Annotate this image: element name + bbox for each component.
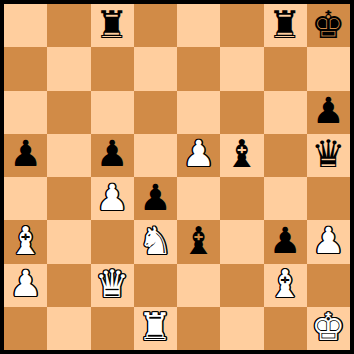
- square-a6[interactable]: [4, 91, 47, 134]
- piece-white-pawn[interactable]: ♟: [312, 223, 344, 259]
- square-h4[interactable]: [307, 177, 350, 220]
- square-h3[interactable]: ♟: [307, 220, 350, 263]
- square-b8[interactable]: [47, 4, 90, 47]
- piece-white-bishop[interactable]: ♝: [9, 222, 43, 260]
- piece-black-rook[interactable]: ♜: [268, 6, 302, 44]
- square-e8[interactable]: [177, 4, 220, 47]
- piece-white-king[interactable]: ♚: [311, 308, 345, 346]
- square-b3[interactable]: [47, 220, 90, 263]
- square-c5[interactable]: ♟: [91, 134, 134, 177]
- square-b2[interactable]: [47, 264, 90, 307]
- square-a4[interactable]: [4, 177, 47, 220]
- square-g5[interactable]: [264, 134, 307, 177]
- square-f6[interactable]: [220, 91, 263, 134]
- square-h2[interactable]: [307, 264, 350, 307]
- square-e4[interactable]: [177, 177, 220, 220]
- square-c1[interactable]: [91, 307, 134, 350]
- square-d7[interactable]: [134, 47, 177, 90]
- square-e2[interactable]: [177, 264, 220, 307]
- piece-black-bishop[interactable]: ♝: [225, 135, 259, 173]
- piece-black-pawn[interactable]: ♟: [139, 180, 171, 216]
- square-c3[interactable]: [91, 220, 134, 263]
- square-f7[interactable]: [220, 47, 263, 90]
- square-a7[interactable]: [4, 47, 47, 90]
- square-f4[interactable]: [220, 177, 263, 220]
- square-h7[interactable]: [307, 47, 350, 90]
- square-a1[interactable]: [4, 307, 47, 350]
- piece-white-pawn[interactable]: ♟: [9, 266, 41, 302]
- piece-white-bishop[interactable]: ♝: [268, 265, 302, 303]
- chess-board: ♜♜♚♟♟♟♟♝♛♟♟♝♞♝♟♟♟♛♝♜♚: [4, 4, 350, 350]
- square-h6[interactable]: ♟: [307, 91, 350, 134]
- square-e7[interactable]: [177, 47, 220, 90]
- square-a5[interactable]: ♟: [4, 134, 47, 177]
- square-f2[interactable]: [220, 264, 263, 307]
- piece-black-queen[interactable]: ♛: [311, 135, 345, 173]
- square-g1[interactable]: [264, 307, 307, 350]
- square-b6[interactable]: [47, 91, 90, 134]
- square-c7[interactable]: [91, 47, 134, 90]
- square-f3[interactable]: [220, 220, 263, 263]
- square-h5[interactable]: ♛: [307, 134, 350, 177]
- square-a8[interactable]: [4, 4, 47, 47]
- square-b4[interactable]: [47, 177, 90, 220]
- piece-black-rook[interactable]: ♜: [95, 6, 129, 44]
- piece-black-bishop[interactable]: ♝: [182, 222, 216, 260]
- square-b1[interactable]: [47, 307, 90, 350]
- piece-white-pawn[interactable]: ♟: [96, 180, 128, 216]
- square-e6[interactable]: [177, 91, 220, 134]
- piece-white-pawn[interactable]: ♟: [182, 136, 214, 172]
- square-e3[interactable]: ♝: [177, 220, 220, 263]
- square-a2[interactable]: ♟: [4, 264, 47, 307]
- square-g3[interactable]: ♟: [264, 220, 307, 263]
- piece-black-pawn[interactable]: ♟: [9, 136, 41, 172]
- piece-black-king[interactable]: ♚: [311, 6, 345, 44]
- square-g4[interactable]: [264, 177, 307, 220]
- square-d3[interactable]: ♞: [134, 220, 177, 263]
- square-d4[interactable]: ♟: [134, 177, 177, 220]
- square-d5[interactable]: [134, 134, 177, 177]
- square-g2[interactable]: ♝: [264, 264, 307, 307]
- square-f8[interactable]: [220, 4, 263, 47]
- square-d1[interactable]: ♜: [134, 307, 177, 350]
- piece-black-pawn[interactable]: ♟: [312, 93, 344, 129]
- piece-white-rook[interactable]: ♜: [138, 308, 172, 346]
- square-a3[interactable]: ♝: [4, 220, 47, 263]
- square-e5[interactable]: ♟: [177, 134, 220, 177]
- square-c4[interactable]: ♟: [91, 177, 134, 220]
- square-d6[interactable]: [134, 91, 177, 134]
- square-f5[interactable]: ♝: [220, 134, 263, 177]
- square-g7[interactable]: [264, 47, 307, 90]
- piece-black-pawn[interactable]: ♟: [269, 223, 301, 259]
- square-b5[interactable]: [47, 134, 90, 177]
- square-c8[interactable]: ♜: [91, 4, 134, 47]
- piece-black-pawn[interactable]: ♟: [96, 136, 128, 172]
- piece-white-knight[interactable]: ♞: [138, 222, 172, 260]
- square-g8[interactable]: ♜: [264, 4, 307, 47]
- square-g6[interactable]: [264, 91, 307, 134]
- square-f1[interactable]: [220, 307, 263, 350]
- square-h8[interactable]: ♚: [307, 4, 350, 47]
- piece-white-queen[interactable]: ♛: [95, 265, 129, 303]
- square-c2[interactable]: ♛: [91, 264, 134, 307]
- square-c6[interactable]: [91, 91, 134, 134]
- square-d8[interactable]: [134, 4, 177, 47]
- square-b7[interactable]: [47, 47, 90, 90]
- square-d2[interactable]: [134, 264, 177, 307]
- chess-diagram: ♜♜♚♟♟♟♟♝♛♟♟♝♞♝♟♟♟♛♝♜♚: [0, 0, 354, 354]
- square-e1[interactable]: [177, 307, 220, 350]
- square-h1[interactable]: ♚: [307, 307, 350, 350]
